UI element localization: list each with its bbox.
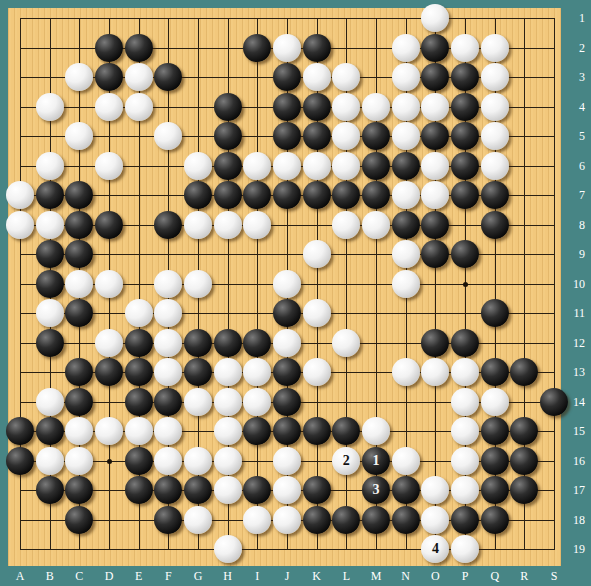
column-label-A: A: [16, 569, 25, 584]
stone-black-F18[interactable]: [154, 506, 182, 534]
column-label-F: F: [165, 569, 172, 584]
stone-black-Q15[interactable]: [481, 417, 509, 445]
stone-white-Q4[interactable]: [481, 93, 509, 121]
column-label-N: N: [401, 569, 410, 584]
stone-black-I12[interactable]: [243, 329, 271, 357]
stone-black-F8[interactable]: [154, 211, 182, 239]
stone-black-B15[interactable]: [36, 417, 64, 445]
row-label-5: 5: [579, 129, 585, 144]
stone-black-B7[interactable]: [36, 181, 64, 209]
stone-white-P14[interactable]: [451, 388, 479, 416]
row-label-8: 8: [579, 217, 585, 232]
column-label-B: B: [46, 569, 54, 584]
stone-black-L18[interactable]: [332, 506, 360, 534]
stone-black-C11[interactable]: [65, 299, 93, 327]
stone-black-P6[interactable]: [451, 152, 479, 180]
stone-white-G16[interactable]: [184, 447, 212, 475]
stone-white-B8[interactable]: [36, 211, 64, 239]
column-label-L: L: [343, 569, 350, 584]
stone-white-I18[interactable]: [243, 506, 271, 534]
stone-white-Q5[interactable]: [481, 122, 509, 150]
stone-black-K7[interactable]: [303, 181, 331, 209]
stone-white-C3[interactable]: [65, 63, 93, 91]
stone-black-E16[interactable]: [125, 447, 153, 475]
stone-black-C8[interactable]: [65, 211, 93, 239]
stone-black-B10[interactable]: [36, 270, 64, 298]
stone-black-R13[interactable]: [510, 358, 538, 386]
stone-black-J15[interactable]: [273, 417, 301, 445]
grid-vline: [257, 18, 258, 550]
stone-black-H7[interactable]: [214, 181, 242, 209]
column-label-K: K: [312, 569, 321, 584]
row-label-10: 10: [573, 276, 585, 291]
stone-black-K2[interactable]: [303, 34, 331, 62]
stone-black-G12[interactable]: [184, 329, 212, 357]
stone-white-F15[interactable]: [154, 417, 182, 445]
stone-black-R16[interactable]: [510, 447, 538, 475]
row-label-18: 18: [573, 512, 585, 527]
stone-white-K3[interactable]: [303, 63, 331, 91]
stone-black-L15[interactable]: [332, 417, 360, 445]
stone-black-G17[interactable]: [184, 476, 212, 504]
stone-white-F10[interactable]: [154, 270, 182, 298]
move-3-stone-black-M17[interactable]: 3: [362, 476, 390, 504]
stone-white-G18[interactable]: [184, 506, 212, 534]
stone-black-C13[interactable]: [65, 358, 93, 386]
move-4-stone-white-O19[interactable]: 4: [421, 535, 449, 563]
stone-white-H15[interactable]: [214, 417, 242, 445]
stone-black-D13[interactable]: [95, 358, 123, 386]
stone-black-J5[interactable]: [273, 122, 301, 150]
stone-white-D6[interactable]: [95, 152, 123, 180]
stone-black-M5[interactable]: [362, 122, 390, 150]
row-label-6: 6: [579, 158, 585, 173]
column-label-O: O: [431, 569, 440, 584]
stone-black-C18[interactable]: [65, 506, 93, 534]
stone-white-I6[interactable]: [243, 152, 271, 180]
row-label-1: 1: [579, 11, 585, 26]
row-label-11: 11: [573, 306, 585, 321]
stone-black-E12[interactable]: [125, 329, 153, 357]
stone-white-N13[interactable]: [392, 358, 420, 386]
stone-white-F11[interactable]: [154, 299, 182, 327]
stone-black-P3[interactable]: [451, 63, 479, 91]
stone-black-Q11[interactable]: [481, 299, 509, 327]
stone-black-O12[interactable]: [421, 329, 449, 357]
stone-white-M8[interactable]: [362, 211, 390, 239]
stone-white-N9[interactable]: [392, 240, 420, 268]
stone-white-N10[interactable]: [392, 270, 420, 298]
stone-black-D8[interactable]: [95, 211, 123, 239]
stone-white-E11[interactable]: [125, 299, 153, 327]
row-label-16: 16: [573, 453, 585, 468]
stone-black-C7[interactable]: [65, 181, 93, 209]
stone-black-I15[interactable]: [243, 417, 271, 445]
stone-black-K4[interactable]: [303, 93, 331, 121]
stone-black-O8[interactable]: [421, 211, 449, 239]
stone-white-C10[interactable]: [65, 270, 93, 298]
stone-white-P19[interactable]: [451, 535, 479, 563]
column-label-G: G: [194, 569, 203, 584]
stone-white-F12[interactable]: [154, 329, 182, 357]
stone-black-J11[interactable]: [273, 299, 301, 327]
stone-white-Q6[interactable]: [481, 152, 509, 180]
stone-white-Q14[interactable]: [481, 388, 509, 416]
stone-white-D4[interactable]: [95, 93, 123, 121]
stone-white-A7[interactable]: [6, 181, 34, 209]
stone-black-Q8[interactable]: [481, 211, 509, 239]
stone-white-J10[interactable]: [273, 270, 301, 298]
column-label-J: J: [285, 569, 290, 584]
row-label-3: 3: [579, 70, 585, 85]
column-label-P: P: [462, 569, 469, 584]
stone-white-M15[interactable]: [362, 417, 390, 445]
stone-black-I2[interactable]: [243, 34, 271, 62]
column-label-S: S: [551, 569, 558, 584]
stone-black-H4[interactable]: [214, 93, 242, 121]
stone-black-M18[interactable]: [362, 506, 390, 534]
stone-white-H14[interactable]: [214, 388, 242, 416]
stone-black-N6[interactable]: [392, 152, 420, 180]
grid-vline: [554, 18, 555, 550]
stone-white-J2[interactable]: [273, 34, 301, 62]
stone-white-C15[interactable]: [65, 417, 93, 445]
stone-white-P13[interactable]: [451, 358, 479, 386]
row-label-12: 12: [573, 335, 585, 350]
stone-white-L4[interactable]: [332, 93, 360, 121]
row-label-17: 17: [573, 483, 585, 498]
stone-black-J7[interactable]: [273, 181, 301, 209]
stone-black-S14[interactable]: [540, 388, 568, 416]
stone-black-I7[interactable]: [243, 181, 271, 209]
stone-white-D15[interactable]: [95, 417, 123, 445]
stone-black-G7[interactable]: [184, 181, 212, 209]
stone-white-M4[interactable]: [362, 93, 390, 121]
stone-black-H5[interactable]: [214, 122, 242, 150]
stone-white-K13[interactable]: [303, 358, 331, 386]
stone-white-G10[interactable]: [184, 270, 212, 298]
stone-white-G14[interactable]: [184, 388, 212, 416]
move-2-stone-white-L16[interactable]: 2: [332, 447, 360, 475]
stone-black-E17[interactable]: [125, 476, 153, 504]
stone-white-P17[interactable]: [451, 476, 479, 504]
stone-black-B17[interactable]: [36, 476, 64, 504]
stone-white-L8[interactable]: [332, 211, 360, 239]
move-1-stone-black-M16[interactable]: 1: [362, 447, 390, 475]
stone-white-F5[interactable]: [154, 122, 182, 150]
stone-white-G6[interactable]: [184, 152, 212, 180]
stone-black-B9[interactable]: [36, 240, 64, 268]
stone-black-C14[interactable]: [65, 388, 93, 416]
stone-white-K11[interactable]: [303, 299, 331, 327]
stone-white-L5[interactable]: [332, 122, 360, 150]
stone-white-H19[interactable]: [214, 535, 242, 563]
star-point-D16: [107, 459, 112, 464]
stone-white-P15[interactable]: [451, 417, 479, 445]
stone-white-J6[interactable]: [273, 152, 301, 180]
stone-black-H6[interactable]: [214, 152, 242, 180]
stone-white-O17[interactable]: [421, 476, 449, 504]
stone-white-J16[interactable]: [273, 447, 301, 475]
stone-white-K6[interactable]: [303, 152, 331, 180]
stone-white-I8[interactable]: [243, 211, 271, 239]
stone-white-N16[interactable]: [392, 447, 420, 475]
stone-white-K9[interactable]: [303, 240, 331, 268]
row-label-7: 7: [579, 188, 585, 203]
stone-black-C9[interactable]: [65, 240, 93, 268]
stone-white-N7[interactable]: [392, 181, 420, 209]
stone-black-F17[interactable]: [154, 476, 182, 504]
stone-black-M6[interactable]: [362, 152, 390, 180]
stone-black-Q7[interactable]: [481, 181, 509, 209]
stone-white-N5[interactable]: [392, 122, 420, 150]
stone-black-F3[interactable]: [154, 63, 182, 91]
stone-black-C17[interactable]: [65, 476, 93, 504]
stone-black-P7[interactable]: [451, 181, 479, 209]
column-label-D: D: [105, 569, 114, 584]
stone-black-E13[interactable]: [125, 358, 153, 386]
stone-black-O5[interactable]: [421, 122, 449, 150]
row-label-2: 2: [579, 40, 585, 55]
stone-white-C16[interactable]: [65, 447, 93, 475]
column-label-C: C: [75, 569, 83, 584]
stone-white-N4[interactable]: [392, 93, 420, 121]
stone-white-D10[interactable]: [95, 270, 123, 298]
stone-black-N17[interactable]: [392, 476, 420, 504]
stone-white-O13[interactable]: [421, 358, 449, 386]
stone-white-N2[interactable]: [392, 34, 420, 62]
stone-black-P12[interactable]: [451, 329, 479, 357]
column-label-H: H: [223, 569, 232, 584]
stone-white-I13[interactable]: [243, 358, 271, 386]
stone-black-Q18[interactable]: [481, 506, 509, 534]
column-label-Q: Q: [490, 569, 499, 584]
stone-black-P5[interactable]: [451, 122, 479, 150]
row-label-15: 15: [573, 424, 585, 439]
stone-white-B14[interactable]: [36, 388, 64, 416]
stone-white-F16[interactable]: [154, 447, 182, 475]
stone-black-D2[interactable]: [95, 34, 123, 62]
stone-black-G13[interactable]: [184, 358, 212, 386]
stone-black-N8[interactable]: [392, 211, 420, 239]
stone-black-E2[interactable]: [125, 34, 153, 62]
stone-white-O6[interactable]: [421, 152, 449, 180]
stone-black-Q17[interactable]: [481, 476, 509, 504]
stone-black-D3[interactable]: [95, 63, 123, 91]
stone-white-J18[interactable]: [273, 506, 301, 534]
column-label-R: R: [520, 569, 528, 584]
stone-black-B12[interactable]: [36, 329, 64, 357]
stone-white-B11[interactable]: [36, 299, 64, 327]
stone-black-J14[interactable]: [273, 388, 301, 416]
stone-white-I14[interactable]: [243, 388, 271, 416]
stone-black-K15[interactable]: [303, 417, 331, 445]
goban-frame: 2134 ABCDEFGHIJKLMNOPQRS1234567891011121…: [0, 0, 591, 586]
row-label-14: 14: [573, 394, 585, 409]
stone-white-Q2[interactable]: [481, 34, 509, 62]
row-label-4: 4: [579, 99, 585, 114]
stone-black-P4[interactable]: [451, 93, 479, 121]
stone-white-O7[interactable]: [421, 181, 449, 209]
stone-black-H12[interactable]: [214, 329, 242, 357]
stone-white-B16[interactable]: [36, 447, 64, 475]
row-label-19: 19: [573, 542, 585, 557]
column-label-I: I: [255, 569, 259, 584]
stone-white-J17[interactable]: [273, 476, 301, 504]
stone-black-F14[interactable]: [154, 388, 182, 416]
stone-white-L3[interactable]: [332, 63, 360, 91]
stone-white-E4[interactable]: [125, 93, 153, 121]
stone-black-O3[interactable]: [421, 63, 449, 91]
stone-white-N3[interactable]: [392, 63, 420, 91]
stone-black-K17[interactable]: [303, 476, 331, 504]
stone-white-A8[interactable]: [6, 211, 34, 239]
stone-white-E3[interactable]: [125, 63, 153, 91]
stone-white-F13[interactable]: [154, 358, 182, 386]
stone-white-L6[interactable]: [332, 152, 360, 180]
stone-black-R15[interactable]: [510, 417, 538, 445]
stone-white-H13[interactable]: [214, 358, 242, 386]
stone-white-G8[interactable]: [184, 211, 212, 239]
stone-black-K18[interactable]: [303, 506, 331, 534]
stone-white-B6[interactable]: [36, 152, 64, 180]
stone-white-Q3[interactable]: [481, 63, 509, 91]
stone-black-K5[interactable]: [303, 122, 331, 150]
stone-black-Q13[interactable]: [481, 358, 509, 386]
stone-black-O2[interactable]: [421, 34, 449, 62]
row-label-13: 13: [573, 365, 585, 380]
stone-black-R17[interactable]: [510, 476, 538, 504]
stone-black-J13[interactable]: [273, 358, 301, 386]
stone-black-A15[interactable]: [6, 417, 34, 445]
stone-white-E15[interactable]: [125, 417, 153, 445]
stone-black-J4[interactable]: [273, 93, 301, 121]
stone-white-B4[interactable]: [36, 93, 64, 121]
stone-black-J3[interactable]: [273, 63, 301, 91]
stone-white-O1[interactable]: [421, 4, 449, 32]
stone-white-J12[interactable]: [273, 329, 301, 357]
go-board[interactable]: 2134: [8, 8, 561, 566]
row-label-9: 9: [579, 247, 585, 262]
stone-white-L12[interactable]: [332, 329, 360, 357]
stone-white-O4[interactable]: [421, 93, 449, 121]
stone-black-P9[interactable]: [451, 240, 479, 268]
stone-black-N18[interactable]: [392, 506, 420, 534]
star-point-P10: [463, 282, 468, 287]
stone-white-D12[interactable]: [95, 329, 123, 357]
stone-black-A16[interactable]: [6, 447, 34, 475]
stone-black-P18[interactable]: [451, 506, 479, 534]
stone-white-P16[interactable]: [451, 447, 479, 475]
column-label-M: M: [371, 569, 382, 584]
stone-black-L7[interactable]: [332, 181, 360, 209]
stone-white-H16[interactable]: [214, 447, 242, 475]
stone-white-H8[interactable]: [214, 211, 242, 239]
stone-black-Q16[interactable]: [481, 447, 509, 475]
stone-black-O9[interactable]: [421, 240, 449, 268]
column-label-E: E: [135, 569, 142, 584]
stone-white-H17[interactable]: [214, 476, 242, 504]
stone-black-M7[interactable]: [362, 181, 390, 209]
stone-black-I17[interactable]: [243, 476, 271, 504]
stone-white-O18[interactable]: [421, 506, 449, 534]
stone-white-C5[interactable]: [65, 122, 93, 150]
stone-black-E14[interactable]: [125, 388, 153, 416]
stone-white-P2[interactable]: [451, 34, 479, 62]
